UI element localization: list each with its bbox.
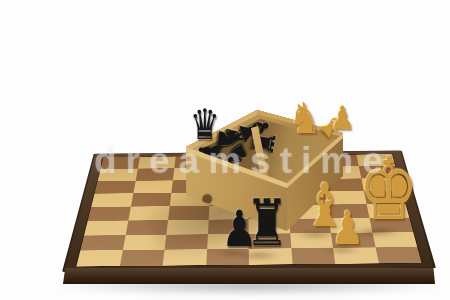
black-rook-board: ♜ <box>245 191 288 255</box>
board-square <box>101 157 140 169</box>
board-square <box>135 168 174 181</box>
board-square <box>76 250 122 266</box>
white-pawn-rim: ♟ <box>330 102 354 134</box>
board-square <box>94 181 135 194</box>
board-front-edge <box>63 268 435 284</box>
white-king-board: ♚ <box>358 146 418 232</box>
board-square <box>84 220 128 235</box>
board-square <box>80 235 125 251</box>
board-square <box>98 169 138 182</box>
photo-scene: ♟♜♝♟♚♛♞♝♜♟♞♞♝♟ dreamstime <box>0 0 450 300</box>
board-square <box>137 156 175 168</box>
board-square <box>91 193 133 207</box>
board-square <box>375 247 421 263</box>
board-square <box>88 207 131 221</box>
